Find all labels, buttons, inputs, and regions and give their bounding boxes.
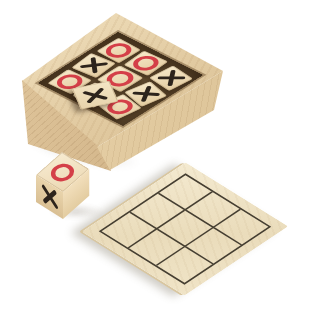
board-grid bbox=[99, 173, 271, 284]
x-mark bbox=[80, 86, 111, 105]
o-mark bbox=[101, 40, 137, 61]
o-mark bbox=[128, 53, 164, 73]
scene bbox=[0, 0, 310, 310]
board[interactable] bbox=[82, 162, 288, 295]
x-mark bbox=[153, 68, 189, 89]
